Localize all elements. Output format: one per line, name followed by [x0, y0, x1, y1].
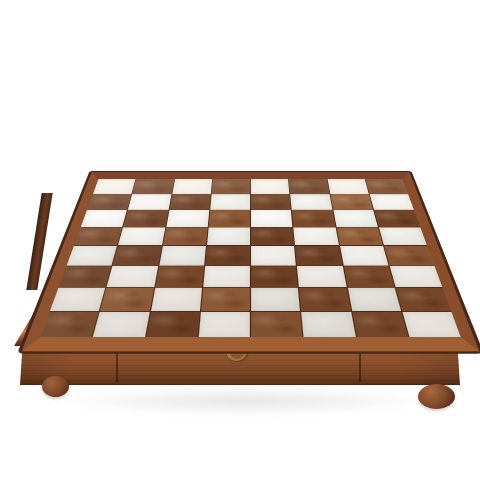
- square-g5[interactable]: [336, 227, 383, 245]
- square-g1[interactable]: [352, 311, 408, 336]
- square-a3[interactable]: [59, 266, 112, 287]
- square-d8[interactable]: [211, 179, 250, 193]
- square-b5[interactable]: [118, 227, 165, 245]
- square-f7[interactable]: [290, 194, 331, 209]
- square-b2[interactable]: [100, 288, 153, 311]
- square-h6[interactable]: [374, 210, 420, 227]
- square-h8[interactable]: [365, 179, 408, 193]
- square-d3[interactable]: [203, 266, 250, 287]
- square-a1[interactable]: [40, 311, 99, 336]
- square-a5[interactable]: [74, 227, 122, 245]
- square-c4[interactable]: [159, 246, 206, 266]
- square-g2[interactable]: [347, 288, 400, 311]
- square-e7[interactable]: [251, 194, 291, 209]
- square-f1[interactable]: [301, 311, 355, 336]
- square-f8[interactable]: [289, 179, 329, 193]
- square-d4[interactable]: [205, 246, 250, 266]
- square-e2[interactable]: [251, 288, 300, 311]
- square-d1[interactable]: [198, 311, 250, 336]
- bun-foot-right: [418, 384, 455, 409]
- square-g3[interactable]: [343, 266, 394, 287]
- square-e5[interactable]: [251, 227, 294, 245]
- square-b1[interactable]: [93, 311, 149, 336]
- square-f2[interactable]: [299, 288, 350, 311]
- square-c2[interactable]: [151, 288, 202, 311]
- square-h3[interactable]: [389, 266, 442, 287]
- bun-foot-left: [42, 376, 69, 397]
- square-d5[interactable]: [207, 227, 250, 245]
- square-b6[interactable]: [123, 210, 168, 227]
- drop-shadow: [55, 386, 435, 416]
- square-b8[interactable]: [133, 179, 174, 193]
- square-e8[interactable]: [251, 179, 290, 193]
- product-photo: [0, 0, 480, 480]
- square-d2[interactable]: [201, 288, 250, 311]
- square-h5[interactable]: [379, 227, 427, 245]
- square-g6[interactable]: [333, 210, 378, 227]
- square-b4[interactable]: [113, 246, 162, 266]
- square-a4[interactable]: [67, 246, 117, 266]
- square-h2[interactable]: [395, 288, 451, 311]
- square-g7[interactable]: [330, 194, 373, 209]
- square-h7[interactable]: [369, 194, 413, 209]
- square-g4[interactable]: [340, 246, 389, 266]
- square-f4[interactable]: [295, 246, 342, 266]
- square-a6[interactable]: [81, 210, 127, 227]
- square-a8[interactable]: [93, 179, 136, 193]
- square-a7[interactable]: [87, 194, 131, 209]
- square-d7[interactable]: [210, 194, 250, 209]
- square-c1[interactable]: [146, 311, 200, 336]
- square-b7[interactable]: [128, 194, 171, 209]
- square-e4[interactable]: [251, 246, 296, 266]
- chess-board: [22, 172, 480, 351]
- side-molding-left: [26, 193, 52, 290]
- board-squares: [40, 179, 460, 337]
- square-c7[interactable]: [169, 194, 210, 209]
- square-c6[interactable]: [166, 210, 209, 227]
- square-a2[interactable]: [50, 288, 106, 311]
- square-c5[interactable]: [163, 227, 208, 245]
- square-b3[interactable]: [107, 266, 158, 287]
- square-h4[interactable]: [384, 246, 434, 266]
- square-f3[interactable]: [297, 266, 346, 287]
- square-h1[interactable]: [402, 311, 461, 336]
- square-e3[interactable]: [251, 266, 298, 287]
- square-g8[interactable]: [327, 179, 368, 193]
- square-f6[interactable]: [292, 210, 335, 227]
- square-d6[interactable]: [208, 210, 250, 227]
- square-c8[interactable]: [172, 179, 212, 193]
- square-f5[interactable]: [294, 227, 339, 245]
- square-e1[interactable]: [251, 311, 303, 336]
- square-c3[interactable]: [155, 266, 204, 287]
- square-e6[interactable]: [251, 210, 293, 227]
